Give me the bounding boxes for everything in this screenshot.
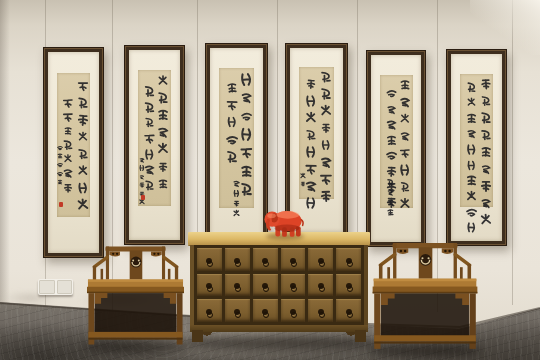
calligraphy-column [57,145,63,188]
scroll-paper [219,68,254,207]
calligraphy-glyph [300,181,306,187]
red-elephant-figurine [263,208,305,239]
scroll-paper [138,70,172,206]
calligraphy-glyph [319,190,333,204]
calligraphy-glyph [239,164,253,178]
ring-pull-icon [262,258,268,264]
cabinet-apron [201,332,357,337]
calligraphy-glyph [139,182,145,188]
ring-pull-icon [346,309,352,315]
calligraphy-column [466,82,477,238]
medicine-drawer [281,299,306,322]
medicine-drawer [253,274,278,297]
cabinet-bottom-rail [190,325,368,332]
calligraphy-column [480,78,492,231]
calligraphy-glyph [465,206,478,219]
scroll-paper [460,74,494,208]
calligraphy-glyph [144,118,155,129]
calligraphy-glyph [226,82,238,94]
calligraphy-scroll-2 [124,45,185,245]
calligraphy-glyph [320,71,333,84]
ring-pull-icon [290,258,296,264]
calligraphy-scroll-5 [366,50,426,247]
calligraphy-glyph [305,129,317,141]
calligraphy-glyph [139,157,145,163]
calligraphy-glyph [57,162,63,168]
calligraphy-glyph [466,98,476,108]
scroll-paper [299,67,334,199]
ring-pull-icon [234,283,240,289]
calligraphy-glyph [399,181,410,192]
calligraphy-glyph [398,95,410,107]
calligraphy-glyph [233,189,241,197]
right-armchair [372,241,478,352]
frame-mat [48,52,99,253]
ring-pull-icon [234,258,240,264]
frame-mat [210,48,263,243]
frame-mat [451,54,502,241]
calligraphy-glyph [385,165,398,178]
apothecary-cabinet [190,232,368,342]
frame-mat [129,50,180,240]
calligraphy-column [233,180,240,220]
calligraphy-glyph [57,170,64,177]
calligraphy-glyph [385,149,398,162]
ring-pull-icon [290,309,296,315]
calligraphy-glyph [480,163,492,175]
calligraphy-glyph [158,161,169,172]
calligraphy-glyph [320,123,331,134]
calligraphy-glyph [399,113,411,125]
calligraphy-glyph [305,179,318,192]
calligraphy-glyph [386,178,394,186]
cabinet-base [190,325,368,342]
calligraphy-glyph [233,209,241,217]
ring-pull-icon [346,258,352,264]
calligraphy-glyph [239,182,254,197]
scroll-paper [57,73,91,217]
calligraphy-glyph [465,112,477,124]
calligraphy-glyph [240,91,253,104]
calligraphy-glyph [143,148,155,160]
calligraphy-glyph [319,155,333,169]
calligraphy-glyph [63,168,74,179]
calligraphy-glyph [143,86,155,98]
calligraphy-glyph [480,129,492,141]
calligraphy-glyph [479,145,492,158]
calligraphy-glyph [63,182,74,193]
medicine-drawer [253,248,278,271]
calligraphy-glyph [226,117,238,129]
calligraphy-column [387,179,394,219]
medicine-drawer [253,299,278,322]
medicine-drawer [308,299,333,322]
calligraphy-glyph [399,198,411,210]
calligraphy-glyph [398,163,411,176]
scroll-paper [380,75,413,209]
medicine-drawer [197,248,222,271]
calligraphy-glyph [239,127,254,142]
calligraphy-glyph [386,208,394,216]
calligraphy-glyph [240,110,252,122]
calligraphy-glyph [144,180,155,191]
frame-mat [290,48,343,232]
calligraphy-glyph [465,191,477,203]
calligraphy-glyph [232,179,240,187]
calligraphy-glyph [77,132,88,143]
calligraphy-column [399,79,411,215]
calligraphy-glyph [157,76,169,88]
calligraphy-glyph [305,163,318,176]
medicine-drawer [281,274,306,297]
medicine-drawer [281,248,306,271]
calligraphy-column [305,78,317,214]
calligraphy-glyph [77,148,89,160]
medicine-drawer [197,299,222,322]
calligraphy-glyph [63,111,74,122]
ring-pull-icon [290,283,296,289]
red-seal-stamp [141,195,145,200]
calligraphy-glyph [63,139,75,151]
calligraphy-glyph [386,134,398,146]
ring-pull-icon [318,309,324,315]
calligraphy-glyph [158,178,169,189]
ring-pull-icon [206,309,212,315]
calligraphy-glyph [399,147,411,159]
ring-pull-icon [346,283,352,289]
calligraphy-glyph [63,97,75,109]
calligraphy-glyph [57,179,63,185]
calligraphy-glyph [76,182,89,195]
calligraphy-glyph [466,160,477,171]
calligraphy-glyph [479,77,492,90]
calligraphy-glyph [480,197,492,209]
calligraphy-glyph [320,88,333,101]
medicine-drawer [225,299,250,322]
calligraphy-glyph [157,126,170,139]
calligraphy-glyph [385,118,398,131]
calligraphy-glyph [320,140,331,151]
calligraphy-glyph [399,130,410,141]
calligraphy-glyph [225,150,239,164]
calligraphy-glyph [157,92,170,105]
calligraphy-glyph [465,144,477,156]
calligraphy-glyph [76,113,90,127]
calligraphy-glyph [63,126,73,136]
gallery-photo [0,0,540,360]
calligraphy-column [139,157,145,208]
calligraphy-glyph [305,146,318,159]
medicine-drawer [197,274,222,297]
calligraphy-glyph [300,172,307,179]
frame-mat [371,55,421,242]
red-seal-stamp [59,202,63,207]
calligraphy-column [226,82,238,167]
drawer-grid [190,245,368,325]
ring-pull-icon [318,283,324,289]
calligraphy-glyph [76,198,90,212]
calligraphy-glyph [239,72,254,87]
calligraphy-glyph [305,78,317,90]
socket [57,280,73,294]
medicine-drawer [336,299,361,322]
calligraphy-glyph [139,174,145,180]
calligraphy-glyph [465,81,477,93]
calligraphy-column [157,75,169,194]
calligraphy-glyph [479,179,492,192]
calligraphy-glyph [386,104,397,115]
medicine-drawer [225,248,250,271]
ring-pull-icon [262,309,268,315]
calligraphy-glyph [479,213,493,227]
calligraphy-glyph [480,95,491,106]
calligraphy-column [144,86,155,195]
calligraphy-column [240,73,253,202]
calligraphy-glyph [225,133,239,147]
calligraphy-glyph [240,146,254,160]
calligraphy-glyph [143,101,155,113]
calligraphy-glyph [63,154,73,164]
calligraphy-glyph [226,99,239,112]
calligraphy-column [77,80,89,216]
ring-pull-icon [318,258,324,264]
calligraphy-glyph [305,94,318,107]
medicine-drawer [336,248,361,271]
left-armchair [87,244,184,348]
calligraphy-glyph [157,143,170,156]
calligraphy-glyph [305,196,319,210]
ring-pull-icon [206,258,212,264]
calligraphy-glyph [305,111,318,124]
calligraphy-glyph [319,173,332,186]
power-outlet [38,279,73,295]
calligraphy-glyph [77,97,89,109]
calligraphy-column [320,71,332,207]
calligraphy-glyph [465,222,477,234]
medicine-drawer [308,274,333,297]
calligraphy-glyph [386,88,397,99]
calligraphy-glyph [387,199,394,206]
calligraphy-glyph [143,133,155,145]
calligraphy-glyph [319,105,333,119]
medicine-drawer [336,274,361,297]
calligraphy-glyph [399,79,411,91]
calligraphy-glyph [138,199,145,206]
ring-pull-icon [234,309,240,315]
calligraphy-glyph [77,80,89,92]
calligraphy-glyph [466,129,477,140]
calligraphy-glyph [57,154,63,160]
medicine-drawer [225,274,250,297]
ring-pull-icon [262,283,268,289]
calligraphy-glyph [157,109,170,122]
calligraphy-glyph [138,165,145,172]
medicine-drawer [308,248,333,271]
calligraphy-scroll-1 [43,47,104,258]
ring-pull-icon [206,283,212,289]
calligraphy-glyph [233,200,240,207]
calligraphy-column [300,173,306,190]
calligraphy-glyph [57,145,63,151]
calligraphy-glyph [479,111,492,124]
ceiling-light-glow [470,0,540,55]
calligraphy-column [63,98,73,197]
socket [39,280,55,294]
calligraphy-glyph [77,165,89,177]
calligraphy-scroll-3 [205,43,268,248]
calligraphy-scroll-6 [446,49,507,246]
calligraphy-glyph [387,189,394,196]
calligraphy-glyph [465,175,478,188]
